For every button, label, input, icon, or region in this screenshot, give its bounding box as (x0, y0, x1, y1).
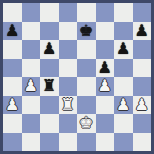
square-g2[interactable] (114, 114, 133, 133)
square-b1[interactable] (22, 133, 41, 152)
square-g6[interactable]: ♟ (114, 40, 133, 59)
square-a8[interactable] (3, 3, 22, 22)
square-h2[interactable] (133, 114, 152, 133)
square-b7[interactable] (22, 22, 41, 41)
white-pawn: ♟ (24, 78, 38, 94)
square-g1[interactable] (114, 133, 133, 152)
square-e5[interactable] (77, 59, 96, 78)
square-d8[interactable] (59, 3, 78, 22)
square-g8[interactable] (114, 3, 133, 22)
square-h4[interactable] (133, 77, 152, 96)
square-f2[interactable] (96, 114, 115, 133)
square-e3[interactable] (77, 96, 96, 115)
square-e1[interactable] (77, 133, 96, 152)
square-f4[interactable]: ♟ (96, 77, 115, 96)
board-grid: ♟♚♟♟♟♟♟♜♟♟♜♟♟♚ (3, 3, 151, 151)
square-a3[interactable]: ♟ (3, 96, 22, 115)
square-b3[interactable] (22, 96, 41, 115)
white-pawn: ♟ (98, 78, 112, 94)
square-e4[interactable] (77, 77, 96, 96)
square-g7[interactable] (114, 22, 133, 41)
square-c3[interactable] (40, 96, 59, 115)
square-d2[interactable] (59, 114, 78, 133)
square-d6[interactable] (59, 40, 78, 59)
black-pawn: ♟ (5, 22, 19, 38)
square-g4[interactable] (114, 77, 133, 96)
square-e7[interactable]: ♚ (77, 22, 96, 41)
square-h6[interactable] (133, 40, 152, 59)
square-f7[interactable] (96, 22, 115, 41)
square-f6[interactable] (96, 40, 115, 59)
square-a7[interactable]: ♟ (3, 22, 22, 41)
square-b6[interactable] (22, 40, 41, 59)
square-c7[interactable] (40, 22, 59, 41)
square-e2[interactable]: ♚ (77, 114, 96, 133)
square-b5[interactable] (22, 59, 41, 78)
square-a1[interactable] (3, 133, 22, 152)
square-h3[interactable]: ♟ (133, 96, 152, 115)
black-pawn: ♟ (98, 59, 112, 75)
square-e6[interactable] (77, 40, 96, 59)
square-e8[interactable] (77, 3, 96, 22)
square-b2[interactable] (22, 114, 41, 133)
square-h7[interactable]: ♟ (133, 22, 152, 41)
black-king: ♚ (79, 22, 93, 38)
white-pawn: ♟ (5, 96, 19, 112)
square-d3[interactable]: ♜ (59, 96, 78, 115)
square-a6[interactable] (3, 40, 22, 59)
square-c8[interactable] (40, 3, 59, 22)
square-a5[interactable] (3, 59, 22, 78)
square-c4[interactable]: ♜ (40, 77, 59, 96)
square-c2[interactable] (40, 114, 59, 133)
square-h5[interactable] (133, 59, 152, 78)
black-pawn: ♟ (116, 41, 130, 57)
black-rook: ♜ (42, 78, 56, 94)
square-a2[interactable] (3, 114, 22, 133)
square-c5[interactable] (40, 59, 59, 78)
square-b8[interactable] (22, 3, 41, 22)
white-pawn: ♟ (135, 96, 149, 112)
square-b4[interactable]: ♟ (22, 77, 41, 96)
square-f8[interactable] (96, 3, 115, 22)
white-pawn: ♟ (116, 96, 130, 112)
square-a4[interactable] (3, 77, 22, 96)
square-c1[interactable] (40, 133, 59, 152)
square-d1[interactable] (59, 133, 78, 152)
square-g3[interactable]: ♟ (114, 96, 133, 115)
square-d7[interactable] (59, 22, 78, 41)
square-d5[interactable] (59, 59, 78, 78)
square-h8[interactable] (133, 3, 152, 22)
square-f5[interactable]: ♟ (96, 59, 115, 78)
chess-board: ♟♚♟♟♟♟♟♜♟♟♜♟♟♚ (0, 0, 154, 154)
square-f1[interactable] (96, 133, 115, 152)
square-f3[interactable] (96, 96, 115, 115)
square-g5[interactable] (114, 59, 133, 78)
white-king: ♚ (79, 115, 93, 131)
square-c6[interactable]: ♟ (40, 40, 59, 59)
square-d4[interactable] (59, 77, 78, 96)
black-pawn: ♟ (135, 22, 149, 38)
black-pawn: ♟ (42, 41, 56, 57)
square-h1[interactable] (133, 133, 152, 152)
white-rook: ♜ (61, 96, 75, 112)
